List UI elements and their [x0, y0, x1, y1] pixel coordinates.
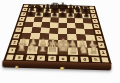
- rank-label-2: 2: [98, 43, 105, 48]
- rank-label-3: 3: [96, 36, 103, 41]
- square-h1: ♜: [87, 48, 99, 56]
- file-label-h: h: [82, 6, 88, 9]
- rank-label-6: 6: [92, 19, 98, 23]
- square-c5: [41, 22, 50, 28]
- file-label-g: g: [81, 57, 90, 62]
- square-c1: ♝: [37, 46, 48, 54]
- square-d4: [49, 28, 58, 34]
- frame-corner-cell: [101, 57, 109, 62]
- rank-label-3: 3: [13, 34, 20, 39]
- file-label-c: c: [45, 5, 51, 8]
- frame-corner-cell: [6, 55, 14, 60]
- board-grid: ♜♞♝♛♚♝♞♜♟♟♟♟♟♟♟♟♟♟♟♟♟♟♟♟♜♞♝♛♚♝♞♜: [16, 8, 99, 56]
- rank-label-5: 5: [17, 22, 24, 26]
- rank-label-6: 6: [19, 17, 25, 21]
- square-b1: ♞: [27, 46, 38, 54]
- photo-tilt: abcdefgh abcdefgh 87654321 87654321 ♜♞♝♛…: [0, 0, 120, 83]
- file-label-e: e: [59, 56, 67, 61]
- file-label-b: b: [26, 55, 35, 60]
- rank-label-8: 8: [90, 10, 96, 13]
- rank-label-7: 7: [21, 12, 27, 16]
- file-label-b: b: [37, 5, 43, 8]
- file-label-f: f: [68, 6, 74, 9]
- file-label-d: d: [52, 5, 58, 8]
- rank-label-4: 4: [15, 28, 22, 32]
- file-label-h: h: [91, 57, 100, 62]
- product-photo: abcdefgh abcdefgh 87654321 87654321 ♜♞♝♛…: [0, 0, 120, 83]
- frame-corner-cell: [89, 6, 94, 9]
- chess-board: abcdefgh abcdefgh 87654321 87654321 ♜♞♝♛…: [3, 4, 112, 64]
- square-h5: [83, 23, 93, 29]
- file-label-f: f: [70, 56, 78, 61]
- rank-label-8: 8: [22, 8, 28, 11]
- brass-knob-icon: [15, 65, 18, 68]
- frame-corner-cell: [23, 5, 28, 8]
- rank-label-2: 2: [11, 40, 19, 45]
- file-label-c: c: [37, 55, 46, 60]
- file-label-a: a: [14, 55, 23, 60]
- square-d5: [50, 22, 59, 28]
- rank-label-1: 1: [100, 50, 108, 56]
- rank-label-5: 5: [93, 24, 99, 28]
- brass-clasp-icon: [60, 67, 64, 70]
- file-label-e: e: [60, 6, 66, 9]
- rank-label-1: 1: [8, 47, 16, 53]
- square-c3: [39, 33, 49, 40]
- file-label-a: a: [29, 5, 35, 8]
- square-e1: ♚: [58, 47, 68, 55]
- rank-label-7: 7: [91, 14, 97, 18]
- rank-label-4: 4: [95, 30, 102, 35]
- file-label-d: d: [48, 56, 56, 61]
- square-d1: ♛: [47, 47, 58, 55]
- file-label-g: g: [75, 6, 81, 9]
